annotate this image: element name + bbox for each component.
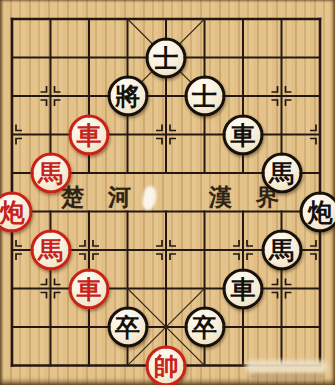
piece-red-horse[interactable]: 馬 [30,230,71,271]
piece-red-chariot[interactable]: 車 [69,114,110,155]
piece-red-general[interactable]: 帥 [146,345,187,385]
watermark-smudge [245,360,328,373]
piece-black-horse[interactable]: 馬 [261,153,302,194]
watermark-dots [250,373,324,379]
piece-red-chariot[interactable]: 車 [69,268,110,309]
piece-red-horse[interactable]: 馬 [30,153,71,194]
piece-black-general[interactable]: 將 [107,76,148,117]
piece-black-pawn[interactable]: 卒 [107,307,148,348]
river-label-chu-he: 楚 河 [61,182,131,213]
piece-black-advisor[interactable]: 士 [146,37,187,78]
piece-black-chariot[interactable]: 車 [223,114,264,155]
piece-black-pawn[interactable]: 卒 [184,307,225,348]
piece-black-cannon[interactable]: 炮 [300,191,335,232]
piece-black-horse[interactable]: 馬 [261,230,302,271]
xiangqi-board: 楚 河 漢 界 士將士車車馬馬炮炮馬馬車車卒卒帥 [0,0,335,385]
piece-black-advisor[interactable]: 士 [184,76,225,117]
piece-black-chariot[interactable]: 車 [223,268,264,309]
